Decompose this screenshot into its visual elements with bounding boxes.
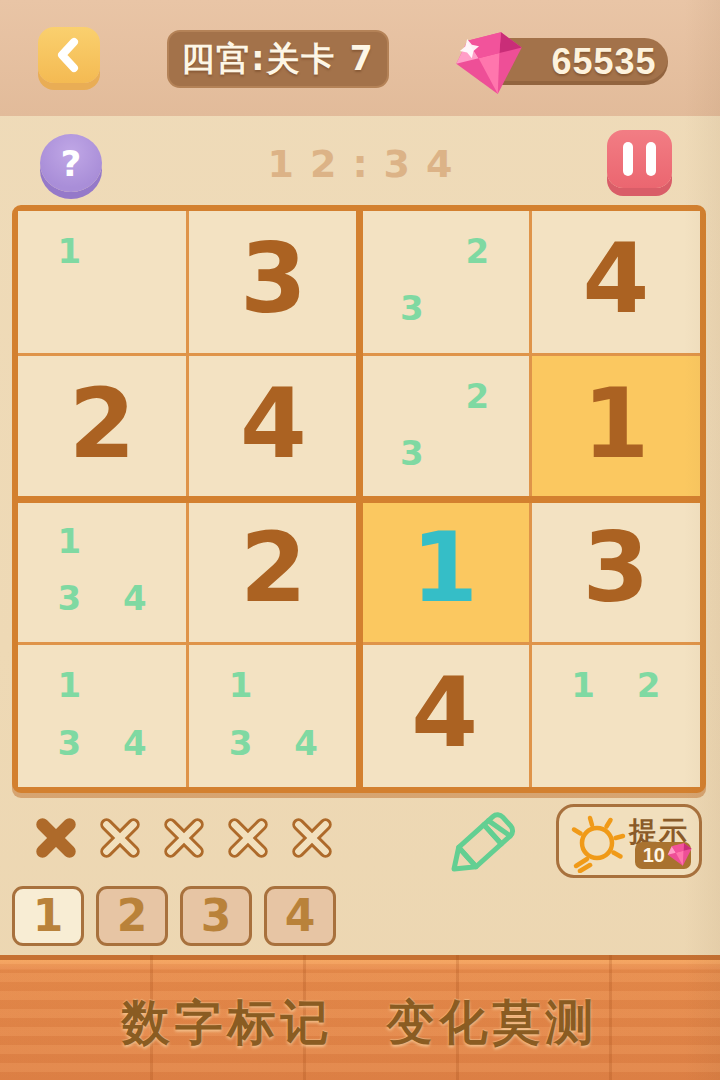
cell-r1c2[interactable]: 23	[361, 356, 529, 498]
pencil-note: 2	[445, 222, 511, 279]
pencil-note: 4	[273, 714, 339, 771]
mistake-x-empty-icon	[158, 812, 210, 864]
mistake-x-used-icon	[30, 812, 82, 864]
numpad-key-3[interactable]: 3	[180, 886, 252, 946]
pencil-notes: 23	[379, 222, 510, 337]
pencil-note: 3	[379, 280, 445, 337]
numpad-key-2[interactable]: 2	[96, 886, 168, 946]
cell-r0c2[interactable]: 23	[361, 211, 529, 353]
numpad-key-1[interactable]: 1	[12, 886, 84, 946]
cell-r2c0[interactable]: 134	[18, 501, 186, 643]
pencil-note: 1	[550, 657, 616, 714]
pause-button[interactable]	[607, 130, 672, 188]
pencil-notes: 23	[379, 367, 510, 482]
back-chevron-icon	[44, 33, 94, 77]
mistake-x-empty-icon	[94, 812, 146, 864]
cell-value: 1	[411, 520, 478, 616]
cell-value: 1	[582, 376, 649, 472]
pencil-note: 3	[208, 714, 274, 771]
cell-r2c2[interactable]: 1	[361, 501, 529, 643]
gem-icon	[442, 26, 538, 100]
gem-count: 65535	[540, 38, 668, 85]
cell-value: 3	[582, 520, 649, 616]
hint-cost: 10	[643, 844, 665, 867]
gem-small-icon	[665, 841, 689, 871]
numpad-key-4[interactable]: 4	[264, 886, 336, 946]
cell-value: 2	[240, 520, 307, 616]
cell-r3c3[interactable]: 12	[532, 645, 700, 787]
cell-r1c0[interactable]: 2	[18, 356, 186, 498]
pencil-note: 1	[208, 657, 274, 714]
slogan-text: 数字标记 变化莫测	[0, 991, 720, 1055]
cell-value: 3	[240, 231, 307, 327]
mistake-x-empty-icon	[286, 812, 338, 864]
pencil-notes: 134	[37, 512, 168, 627]
top-bar: 四宫:关卡 7 65535	[0, 0, 720, 116]
lightbulb-icon	[567, 815, 627, 876]
pencil-notes: 1	[37, 222, 168, 337]
cell-r1c1[interactable]: 4	[189, 356, 357, 498]
cell-r3c0[interactable]: 134	[18, 645, 186, 787]
game-screen: 四宫:关卡 7 65535 ? 12:34	[0, 0, 720, 1080]
pencil-note: 2	[445, 367, 511, 424]
pencil-note: 3	[37, 569, 103, 626]
cell-r0c1[interactable]: 3	[189, 211, 357, 353]
pencil-notes: 134	[208, 657, 339, 772]
cell-value: 4	[411, 665, 478, 761]
cell-r1c3[interactable]: 1	[532, 356, 700, 498]
pencil-note: 1	[37, 512, 103, 569]
wood-banner: 数字标记 变化莫测	[0, 955, 720, 1080]
pencil-note: 1	[37, 657, 103, 714]
cell-value: 4	[240, 376, 307, 472]
cell-value: 2	[69, 376, 136, 472]
cell-r3c2[interactable]: 4	[361, 645, 529, 787]
cell-r0c3[interactable]: 4	[532, 211, 700, 353]
sudoku-board: 1323424231134213134134412	[12, 205, 706, 793]
hint-cost-badge: 10	[635, 842, 691, 869]
mistake-x-empty-icon	[222, 812, 274, 864]
pencil-note: 1	[37, 222, 103, 279]
level-title: 四宫:关卡 7	[167, 30, 389, 88]
cell-r2c3[interactable]: 3	[532, 501, 700, 643]
pencil-icon	[440, 870, 526, 885]
cell-r0c0[interactable]: 1	[18, 211, 186, 353]
number-pad: 1234	[12, 886, 336, 946]
box-divider-horizontal	[15, 496, 703, 503]
gem-counter-button[interactable]: 65535	[470, 38, 668, 85]
level-title-text: 四宫:关卡 7	[181, 37, 375, 82]
cell-r3c1[interactable]: 134	[189, 645, 357, 787]
pencil-tool-button[interactable]	[440, 804, 526, 882]
cell-r2c1[interactable]: 2	[189, 501, 357, 643]
pause-icon	[646, 142, 656, 176]
pencil-note: 3	[379, 425, 445, 482]
cell-value: 4	[582, 231, 649, 327]
pause-icon	[623, 142, 633, 176]
pencil-note: 4	[102, 714, 168, 771]
pencil-notes: 134	[37, 657, 168, 772]
hint-button[interactable]: 提示 10	[556, 804, 702, 878]
pencil-notes: 12	[550, 657, 681, 772]
pencil-note: 3	[37, 714, 103, 771]
back-button[interactable]	[38, 27, 100, 83]
pencil-note: 2	[616, 657, 682, 714]
pencil-note: 4	[102, 569, 168, 626]
mistake-counter	[30, 812, 338, 864]
